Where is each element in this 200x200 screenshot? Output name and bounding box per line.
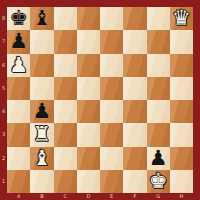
chess-board: ♚♝♛♟♟♟♜♝♟♚ ABCDEFGH87654321	[0, 0, 200, 200]
square-b6[interactable]	[30, 54, 53, 77]
square-h7[interactable]	[170, 30, 193, 53]
square-a8[interactable]: ♚	[7, 7, 30, 30]
square-a1[interactable]	[7, 170, 30, 193]
square-d6[interactable]	[77, 54, 100, 77]
square-d2[interactable]	[77, 147, 100, 170]
square-h5[interactable]	[170, 77, 193, 100]
square-e5[interactable]	[100, 77, 123, 100]
square-h8[interactable]: ♛	[170, 7, 193, 30]
rank-label-2: 2	[0, 147, 7, 170]
white-king-g1[interactable]: ♚	[149, 170, 168, 193]
square-b5[interactable]	[30, 77, 53, 100]
black-king-a8[interactable]: ♚	[9, 7, 28, 30]
square-g1[interactable]: ♚	[147, 170, 170, 193]
white-queen-h8[interactable]: ♛	[172, 7, 191, 30]
square-e6[interactable]	[100, 54, 123, 77]
square-c4[interactable]	[54, 100, 77, 123]
square-c8[interactable]	[54, 7, 77, 30]
file-label-e: E	[100, 193, 123, 200]
square-d4[interactable]	[77, 100, 100, 123]
square-g8[interactable]	[147, 7, 170, 30]
square-a6[interactable]: ♟	[7, 54, 30, 77]
file-label-h: H	[170, 193, 193, 200]
square-h1[interactable]	[170, 170, 193, 193]
black-bishop-b8[interactable]: ♝	[32, 7, 51, 30]
square-g3[interactable]	[147, 123, 170, 146]
square-e7[interactable]	[100, 30, 123, 53]
square-g7[interactable]	[147, 30, 170, 53]
square-a4[interactable]	[7, 100, 30, 123]
black-pawn-g2[interactable]: ♟	[149, 147, 168, 170]
square-a5[interactable]	[7, 77, 30, 100]
file-label-d: D	[77, 193, 100, 200]
square-d7[interactable]	[77, 30, 100, 53]
rank-label-4: 4	[0, 100, 7, 123]
square-f4[interactable]	[123, 100, 146, 123]
square-b7[interactable]	[30, 30, 53, 53]
white-bishop-b2[interactable]: ♝	[32, 147, 51, 170]
square-h2[interactable]	[170, 147, 193, 170]
rank-label-8: 8	[0, 7, 7, 30]
rank-label-3: 3	[0, 123, 7, 146]
file-label-f: F	[123, 193, 146, 200]
square-b8[interactable]: ♝	[30, 7, 53, 30]
square-b4[interactable]: ♟	[30, 100, 53, 123]
file-label-b: B	[30, 193, 53, 200]
square-f7[interactable]	[123, 30, 146, 53]
square-g4[interactable]	[147, 100, 170, 123]
file-label-c: C	[54, 193, 77, 200]
square-g6[interactable]	[147, 54, 170, 77]
white-rook-b3[interactable]: ♜	[32, 123, 51, 146]
square-d5[interactable]	[77, 77, 100, 100]
square-e8[interactable]	[100, 7, 123, 30]
square-c5[interactable]	[54, 77, 77, 100]
square-c7[interactable]	[54, 30, 77, 53]
file-label-g: G	[147, 193, 170, 200]
square-h6[interactable]	[170, 54, 193, 77]
black-pawn-a7[interactable]: ♟	[9, 30, 28, 53]
white-pawn-a6[interactable]: ♟	[9, 54, 28, 77]
square-f1[interactable]	[123, 170, 146, 193]
square-d1[interactable]	[77, 170, 100, 193]
square-f5[interactable]	[123, 77, 146, 100]
square-b1[interactable]	[30, 170, 53, 193]
square-e1[interactable]	[100, 170, 123, 193]
square-f2[interactable]	[123, 147, 146, 170]
rank-label-5: 5	[0, 77, 7, 100]
file-label-a: A	[7, 193, 30, 200]
square-g5[interactable]	[147, 77, 170, 100]
square-e3[interactable]	[100, 123, 123, 146]
rank-label-6: 6	[0, 54, 7, 77]
black-pawn-b4[interactable]: ♟	[32, 100, 51, 123]
square-b3[interactable]: ♜	[30, 123, 53, 146]
square-b2[interactable]: ♝	[30, 147, 53, 170]
square-c6[interactable]	[54, 54, 77, 77]
square-h3[interactable]	[170, 123, 193, 146]
square-e2[interactable]	[100, 147, 123, 170]
square-f6[interactable]	[123, 54, 146, 77]
rank-label-7: 7	[0, 30, 7, 53]
square-c2[interactable]	[54, 147, 77, 170]
square-h4[interactable]	[170, 100, 193, 123]
board-grid: ♚♝♛♟♟♟♜♝♟♚	[7, 7, 193, 193]
square-f3[interactable]	[123, 123, 146, 146]
square-c1[interactable]	[54, 170, 77, 193]
square-c3[interactable]	[54, 123, 77, 146]
square-e4[interactable]	[100, 100, 123, 123]
square-a2[interactable]	[7, 147, 30, 170]
square-d8[interactable]	[77, 7, 100, 30]
square-f8[interactable]	[123, 7, 146, 30]
square-d3[interactable]	[77, 123, 100, 146]
square-g2[interactable]: ♟	[147, 147, 170, 170]
rank-label-1: 1	[0, 170, 7, 193]
square-a3[interactable]	[7, 123, 30, 146]
square-a7[interactable]: ♟	[7, 30, 30, 53]
